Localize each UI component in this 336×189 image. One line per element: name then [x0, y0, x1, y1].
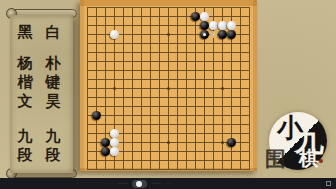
white-player-name: 朴键昊 — [45, 54, 61, 111]
last-move-marker — [203, 33, 206, 36]
black-stone — [200, 30, 209, 39]
star-point — [167, 141, 170, 144]
black-stone — [227, 138, 236, 147]
black-stone — [191, 12, 200, 21]
star-point — [221, 87, 224, 90]
white-stone — [200, 12, 209, 21]
white-stone — [227, 21, 236, 30]
black-stone — [101, 147, 110, 156]
fullscreen-icon[interactable] — [326, 181, 331, 186]
player-control-bar[interactable]: ··· ···· ···· ··· — [0, 178, 336, 189]
bar-text-right: ···· — [151, 181, 161, 186]
bar-text-left: ···· — [118, 181, 128, 186]
white-stone — [110, 147, 119, 156]
white-player-rank: 九段 — [45, 127, 61, 165]
black-stone — [92, 111, 101, 120]
star-point — [167, 33, 170, 36]
black-player-name: 杨楷文 — [17, 54, 33, 111]
star-point — [221, 141, 224, 144]
bar-dim-text-right: ··· — [166, 181, 174, 186]
white-stone — [110, 138, 119, 147]
black-stone — [200, 21, 209, 30]
bar-dim-text-left: ··· — [106, 181, 114, 186]
black-player-column: 黑 杨楷文 九段 — [14, 15, 36, 165]
bar-center-controls: ··· ···· ···· ··· — [106, 179, 173, 188]
star-point — [167, 87, 170, 90]
video-frame: 白 朴键昊 九段 黑 杨楷文 九段 小 九 围 棋 ··· ···· ···· … — [0, 0, 336, 189]
white-stone — [110, 129, 119, 138]
scroll-paper: 白 朴键昊 九段 黑 杨楷文 九段 — [10, 15, 73, 173]
black-stone — [101, 138, 110, 147]
black-stone — [227, 30, 236, 39]
star-point — [113, 87, 116, 90]
player-scroll-panel: 白 朴键昊 九段 黑 杨楷文 九段 — [4, 6, 80, 182]
black-color-label: 黑 — [17, 23, 33, 42]
logo-char-wei: 围 — [265, 148, 286, 169]
black-stone — [218, 30, 227, 39]
go-board — [80, 0, 257, 171]
white-stone — [218, 21, 227, 30]
white-stone — [110, 30, 119, 39]
white-stone — [209, 21, 218, 30]
xiaojiu-go-logo: 小 九 围 棋 — [269, 112, 327, 170]
white-color-label: 白 — [45, 23, 61, 42]
toggle-knob-icon — [136, 181, 142, 187]
white-player-column: 白 朴键昊 九段 — [42, 15, 64, 165]
black-player-rank: 九段 — [17, 127, 33, 165]
logo-seal-dot — [319, 159, 323, 163]
toggle-switch[interactable] — [132, 180, 147, 188]
cross-marker — [209, 30, 218, 39]
logo-char-qi: 棋 — [299, 148, 319, 168]
